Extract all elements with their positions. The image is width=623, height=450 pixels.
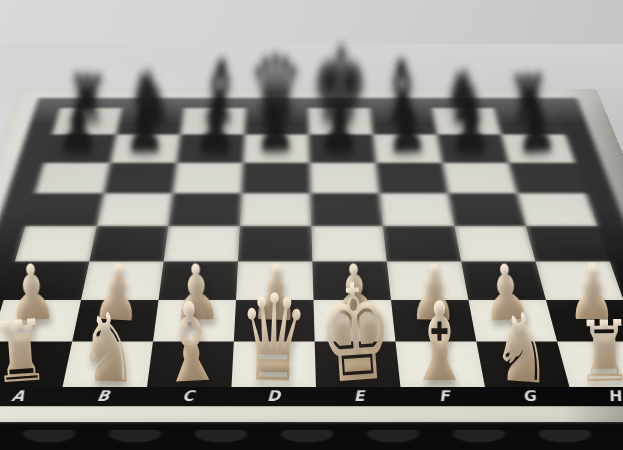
square-g5[interactable] [448,193,526,226]
piece-black-pawn-c7[interactable]: ♟ [192,97,240,163]
piece-black-pawn-d7[interactable]: ♟ [252,97,299,162]
square-f6[interactable] [376,163,448,193]
square-f5[interactable] [379,193,454,226]
piece-white-queen-d1[interactable]: ♛ [234,278,315,400]
piece-white-bishop-c1[interactable]: ♝ [152,287,229,400]
square-g6[interactable] [442,163,517,193]
piece-white-knight-b1[interactable]: ♞ [73,300,143,397]
square-b5[interactable] [97,193,173,226]
square-e6[interactable] [310,163,380,193]
square-e5[interactable] [310,193,382,226]
board-base-edge [0,422,623,450]
piece-black-pawn-g7[interactable]: ♟ [448,97,494,161]
piece-black-pawn-e7[interactable]: ♟ [316,97,363,162]
piece-white-king-e1[interactable]: ♚ [309,265,401,404]
square-c5[interactable] [168,193,241,226]
piece-white-rook-a1[interactable]: ♜ [0,308,54,396]
square-a5[interactable] [25,193,104,226]
piece-white-knight-g1[interactable]: ♞ [486,299,559,398]
square-d6[interactable] [242,163,311,193]
piece-black-pawn-f7[interactable]: ♟ [382,97,430,163]
piece-black-pawn-h7[interactable]: ♟ [512,96,561,163]
square-h5[interactable] [517,193,597,226]
chess-photo-scene: ABCDEFGH ♜♞♝♛♚♝♞♜♟♟♟♟♟♟♟♟♟♟♟♟♟♟♟♟♜♞♝♛♚♝♞… [0,0,623,450]
square-c6[interactable] [173,163,243,193]
square-d5[interactable] [240,193,312,226]
piece-black-pawn-b7[interactable]: ♟ [122,97,168,161]
square-h6[interactable] [509,163,586,193]
square-b6[interactable] [104,163,177,193]
piece-black-pawn-a7[interactable]: ♟ [55,97,102,162]
square-a6[interactable] [35,163,110,193]
piece-white-rook-h1[interactable]: ♜ [573,309,623,394]
piece-white-bishop-f1[interactable]: ♝ [404,289,475,398]
